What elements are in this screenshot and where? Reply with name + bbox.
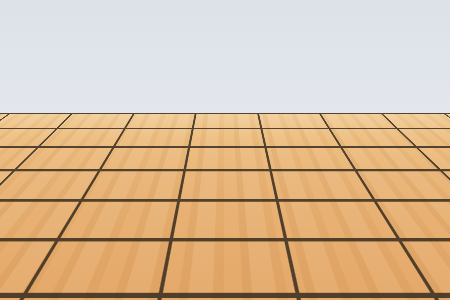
board-cell xyxy=(99,146,188,169)
board-cell xyxy=(260,128,339,146)
board-cell xyxy=(178,169,275,198)
board-cell xyxy=(143,293,312,300)
board-cell xyxy=(0,293,159,300)
board-cell xyxy=(192,113,260,128)
board-cell xyxy=(431,293,450,300)
board-cell xyxy=(159,238,295,293)
board-cell xyxy=(188,128,263,146)
board-far-edge xyxy=(0,100,450,114)
board-cell xyxy=(56,113,133,128)
board-cell xyxy=(184,146,269,169)
shogi-board xyxy=(0,113,450,300)
board-cell xyxy=(124,113,195,128)
board-cell xyxy=(295,293,450,300)
board-cell xyxy=(81,169,184,198)
shogi-photo-scene xyxy=(0,0,450,300)
board-cell xyxy=(264,146,354,169)
board-cell xyxy=(170,199,283,238)
board-grid xyxy=(0,113,450,300)
board-cell xyxy=(257,113,328,128)
board-cell xyxy=(113,128,192,146)
